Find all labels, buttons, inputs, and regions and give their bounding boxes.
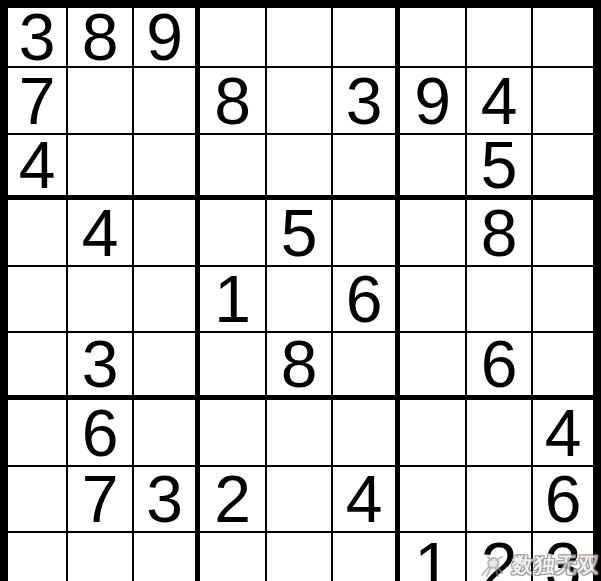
sudoku-cell-r6c3[interactable] [134,333,200,400]
sudoku-cell-r5c9[interactable] [533,267,593,333]
sudoku-cell-r3c3[interactable] [134,135,200,200]
sudoku-cell-r6c4[interactable] [200,333,267,400]
sudoku-cell-r7c6[interactable] [333,400,400,467]
sudoku-cell-r2c7[interactable]: 9 [400,68,467,135]
sudoku-cell-r3c7[interactable] [400,135,467,200]
sudoku-cell-r1c5[interactable] [267,8,333,68]
sudoku-cell-r4c4[interactable] [200,200,267,267]
sudoku-cell-r9c1[interactable] [8,533,68,581]
sudoku-cell-r5c7[interactable] [400,267,467,333]
sudoku-cell-r8c1[interactable] [8,467,68,533]
sudoku-cell-r2c1[interactable]: 7 [8,68,68,135]
sudoku-cell-r7c4[interactable] [200,400,267,467]
sudoku-cell-r2c4[interactable]: 8 [200,68,267,135]
sudoku-cell-r4c9[interactable] [533,200,593,267]
sudoku-cell-r8c2[interactable]: 7 [68,467,134,533]
sudoku-cell-r7c7[interactable] [400,400,467,467]
sudoku-cell-r8c5[interactable] [267,467,333,533]
sudoku-cell-r4c2[interactable]: 4 [68,200,134,267]
sudoku-cell-r5c6[interactable]: 6 [333,267,400,333]
sudoku-cell-r6c2[interactable]: 3 [68,333,134,400]
sudoku-cell-r5c8[interactable] [467,267,533,333]
sudoku-cell-r9c4[interactable] [200,533,267,581]
sudoku-cell-r7c8[interactable] [467,400,533,467]
sudoku-cell-r2c2[interactable] [68,68,134,135]
sudoku-cell-r1c8[interactable] [467,8,533,68]
sudoku-cell-r8c9[interactable]: 6 [533,467,593,533]
sudoku-cell-r4c3[interactable] [134,200,200,267]
sudoku-cell-r9c3[interactable] [134,533,200,581]
sudoku-cell-r6c9[interactable] [533,333,593,400]
sudoku-cell-r6c6[interactable] [333,333,400,400]
sudoku-cell-r7c5[interactable] [267,400,333,467]
sudoku-cell-r5c1[interactable] [8,267,68,333]
sudoku-cell-r3c8[interactable]: 5 [467,135,533,200]
sudoku-cell-r3c1[interactable]: 4 [8,135,68,200]
sudoku-cell-r1c4[interactable] [200,8,267,68]
sudoku-cell-r7c3[interactable] [134,400,200,467]
sudoku-cell-r6c8[interactable]: 6 [467,333,533,400]
sudoku-cell-r1c9[interactable] [533,8,593,68]
sudoku-cell-r1c3[interactable]: 9 [134,8,200,68]
sudoku-cell-r6c5[interactable]: 8 [267,333,333,400]
sudoku-cell-r4c5[interactable]: 5 [267,200,333,267]
sudoku-cell-r8c6[interactable]: 4 [333,467,400,533]
sudoku-cell-r3c2[interactable] [68,135,134,200]
sudoku-cell-r2c8[interactable]: 4 [467,68,533,135]
sudoku-cell-r2c9[interactable] [533,68,593,135]
sudoku-cell-r2c6[interactable]: 3 [333,68,400,135]
sudoku-cell-r8c4[interactable]: 2 [200,467,267,533]
sudoku-cell-r9c9[interactable]: 3 [533,533,593,581]
sudoku-cell-r7c2[interactable]: 6 [68,400,134,467]
sudoku-cell-r3c9[interactable] [533,135,593,200]
sudoku-cell-r1c1[interactable]: 3 [8,8,68,68]
sudoku-cell-r2c3[interactable] [134,68,200,135]
sudoku-cell-r7c9[interactable]: 4 [533,400,593,467]
sudoku-cell-r4c6[interactable] [333,200,400,267]
sudoku-cell-r7c1[interactable] [8,400,68,467]
sudoku-cell-r4c8[interactable]: 8 [467,200,533,267]
sudoku-cell-r9c5[interactable] [267,533,333,581]
sudoku-cell-r4c1[interactable] [8,200,68,267]
sudoku-cell-r5c4[interactable]: 1 [200,267,267,333]
sudoku-cell-r8c3[interactable]: 3 [134,467,200,533]
sudoku-cell-r5c5[interactable] [267,267,333,333]
sudoku-board: 3897839445458163866473246123 [0,0,601,581]
sudoku-cell-r1c7[interactable] [400,8,467,68]
sudoku-cell-r3c6[interactable] [333,135,400,200]
sudoku-cell-r3c5[interactable] [267,135,333,200]
sudoku-cell-r4c7[interactable] [400,200,467,267]
sudoku-cell-r9c8[interactable]: 2 [467,533,533,581]
sudoku-cell-r6c7[interactable] [400,333,467,400]
sudoku-cell-r1c6[interactable] [333,8,400,68]
sudoku-cell-r3c4[interactable] [200,135,267,200]
sudoku-cell-r8c8[interactable] [467,467,533,533]
sudoku-grid: 3897839445458163866473246123 [8,8,593,581]
sudoku-cell-r9c7[interactable]: 1 [400,533,467,581]
sudoku-cell-r9c2[interactable] [68,533,134,581]
sudoku-cell-r6c1[interactable] [8,333,68,400]
sudoku-cell-r5c3[interactable] [134,267,200,333]
sudoku-cell-r5c2[interactable] [68,267,134,333]
sudoku-cell-r1c2[interactable]: 8 [68,8,134,68]
sudoku-cell-r9c6[interactable] [333,533,400,581]
sudoku-cell-r2c5[interactable] [267,68,333,135]
sudoku-cell-r8c7[interactable] [400,467,467,533]
